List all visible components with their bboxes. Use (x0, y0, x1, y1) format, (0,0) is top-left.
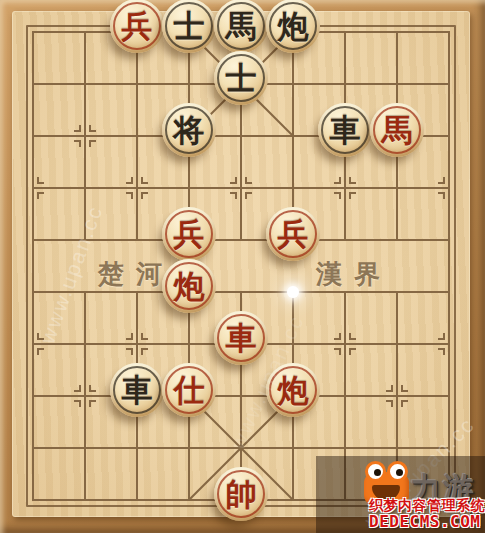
position-mark (141, 192, 148, 199)
piece-glyph: 車 (330, 115, 361, 146)
position-mark (386, 385, 393, 392)
piece-black-advisor[interactable]: 士 (162, 0, 216, 53)
piece-red-pawn[interactable]: 兵 (110, 0, 164, 53)
position-mark (141, 177, 148, 184)
position-mark (126, 192, 133, 199)
grid-line-vertical (448, 31, 450, 501)
piece-red-cannon[interactable]: 炮 (266, 363, 320, 417)
position-mark (37, 177, 44, 184)
position-mark (230, 192, 237, 199)
piece-glyph: 士 (226, 63, 257, 94)
position-mark (37, 348, 44, 355)
piece-red-general[interactable]: 帥 (214, 467, 268, 521)
position-mark (74, 140, 81, 147)
position-mark (438, 333, 445, 340)
position-mark (334, 348, 341, 355)
piece-glyph: 将 (174, 115, 205, 146)
piece-black-chariot[interactable]: 車 (318, 103, 372, 157)
position-mark (89, 385, 96, 392)
grid-line-vertical (84, 31, 86, 241)
mascot-eye-right (387, 461, 408, 482)
piece-glyph: 兵 (278, 219, 309, 250)
piece-glyph: 馬 (226, 11, 257, 42)
piece-glyph: 炮 (278, 375, 309, 406)
position-mark (438, 348, 445, 355)
piece-black-advisor[interactable]: 士 (214, 51, 268, 105)
position-mark (349, 177, 356, 184)
piece-black-horse[interactable]: 馬 (214, 0, 268, 53)
piece-glyph: 士 (174, 11, 205, 42)
piece-red-chariot[interactable]: 車 (214, 311, 268, 365)
xiangqi-game-screen: 兵士馬炮士将車馬兵兵炮車車仕炮帥 楚河 漢界 www.upan.cc www.u… (0, 0, 485, 533)
position-mark (74, 385, 81, 392)
grid-line-vertical (136, 31, 138, 241)
position-mark (245, 177, 252, 184)
position-mark (349, 348, 356, 355)
piece-red-pawn[interactable]: 兵 (266, 207, 320, 261)
position-mark (37, 333, 44, 340)
piece-red-horse[interactable]: 馬 (370, 103, 424, 157)
position-mark (89, 140, 96, 147)
position-mark (349, 192, 356, 199)
position-mark (141, 348, 148, 355)
position-mark (126, 333, 133, 340)
position-mark (89, 125, 96, 132)
position-mark (126, 348, 133, 355)
piece-black-chariot[interactable]: 車 (110, 363, 164, 417)
piece-glyph: 兵 (122, 11, 153, 42)
river-label-right: 漢界 (316, 257, 392, 292)
piece-glyph: 炮 (174, 271, 205, 302)
piece-glyph: 兵 (174, 219, 205, 250)
piece-glyph: 車 (226, 323, 257, 354)
river-label-left: 楚河 (98, 257, 174, 292)
piece-glyph: 炮 (278, 11, 309, 42)
position-mark (334, 333, 341, 340)
badge-line2: DEDECMS.COM (369, 512, 485, 531)
position-mark (74, 400, 81, 407)
position-mark (245, 192, 252, 199)
piece-red-advisor[interactable]: 仕 (162, 363, 216, 417)
position-mark (74, 125, 81, 132)
position-mark (37, 192, 44, 199)
grid-line-vertical (32, 31, 34, 501)
position-mark (438, 177, 445, 184)
position-mark (438, 192, 445, 199)
piece-glyph: 仕 (174, 375, 205, 406)
piece-black-cannon[interactable]: 炮 (266, 0, 320, 53)
position-mark (126, 177, 133, 184)
piece-glyph: 車 (122, 375, 153, 406)
position-mark (401, 385, 408, 392)
piece-black-general[interactable]: 将 (162, 103, 216, 157)
position-mark (349, 333, 356, 340)
position-mark (334, 192, 341, 199)
piece-red-pawn[interactable]: 兵 (162, 207, 216, 261)
position-mark (334, 177, 341, 184)
position-mark (141, 333, 148, 340)
grid-line-vertical (84, 291, 86, 501)
position-mark (401, 400, 408, 407)
mascot-eye-left (365, 461, 386, 482)
mascot-pupil (374, 469, 381, 476)
position-mark (386, 400, 393, 407)
move-indicator-dot[interactable] (287, 286, 299, 298)
position-mark (89, 400, 96, 407)
position-mark (230, 177, 237, 184)
mascot-pupil (396, 469, 403, 476)
piece-glyph: 帥 (226, 479, 257, 510)
piece-glyph: 馬 (382, 115, 413, 146)
